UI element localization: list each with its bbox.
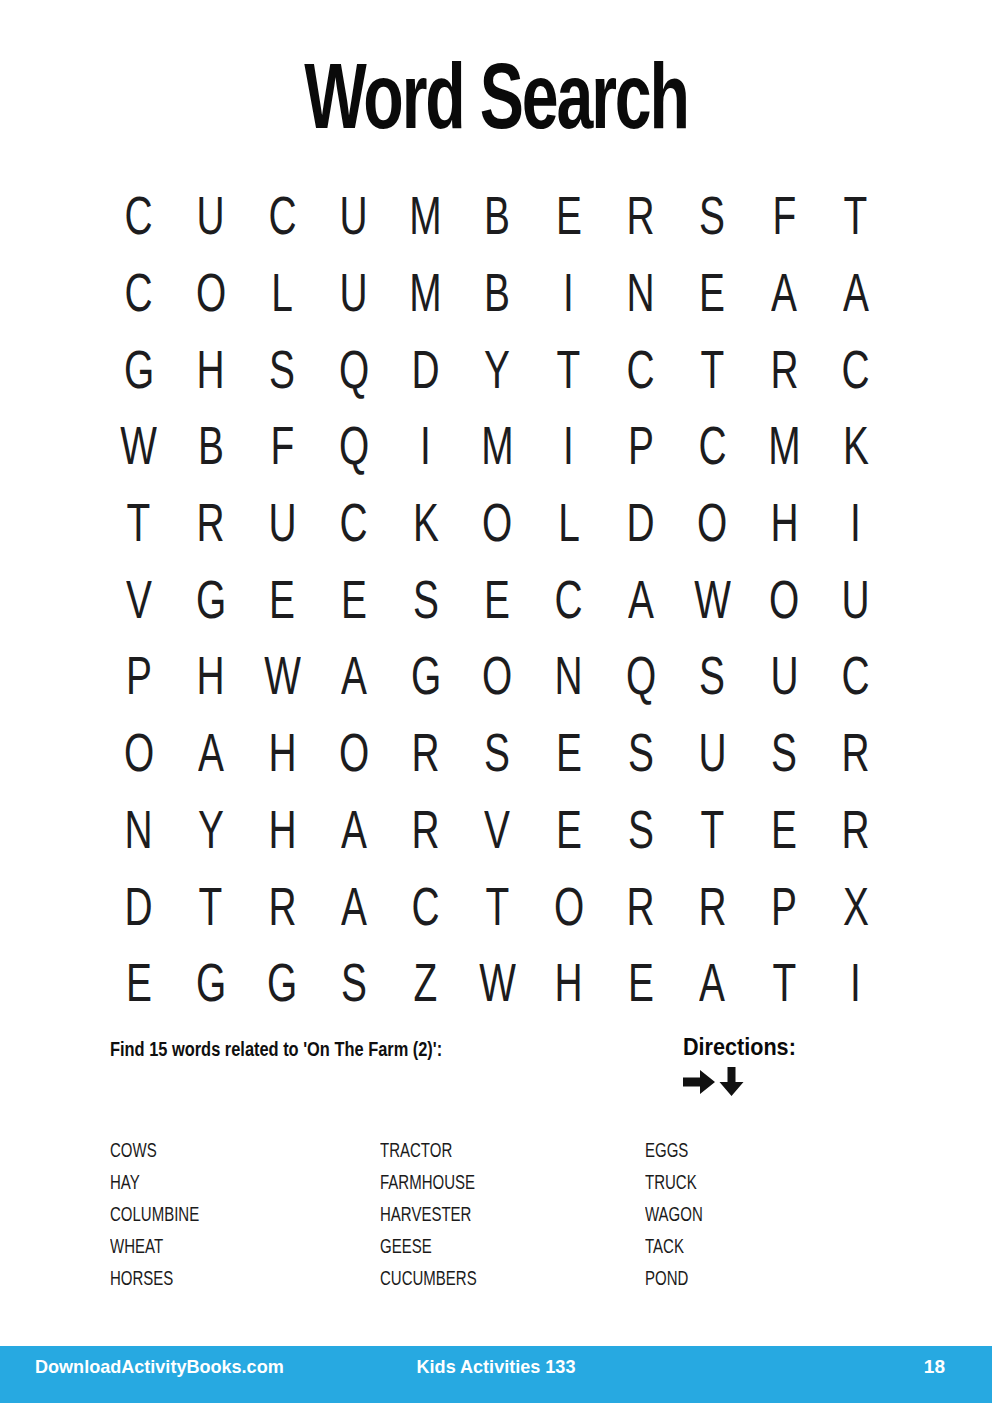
grid-cell-r1c4[interactable]: U xyxy=(318,177,390,254)
grid-cell-r5c3[interactable]: U xyxy=(246,484,318,561)
grid-letter: U xyxy=(196,188,224,242)
grid-cell-r9c11[interactable]: R xyxy=(820,791,892,868)
word-list-item: HAY xyxy=(110,1166,380,1198)
grid-letter: G xyxy=(410,648,440,702)
grid-cell-r6c11[interactable]: U xyxy=(820,560,892,637)
grid-cell-r1c3[interactable]: C xyxy=(246,177,318,254)
word-list-item: POND xyxy=(645,1262,722,1294)
grid-letter: H xyxy=(268,725,296,779)
grid-letter: A xyxy=(341,648,367,702)
grid-cell-r6c8[interactable]: A xyxy=(605,560,677,637)
grid-cell-r11c9[interactable]: A xyxy=(677,944,749,1021)
grid-cell-r6c5[interactable]: S xyxy=(390,560,462,637)
grid-letter: S xyxy=(699,648,725,702)
grid-cell-r6c1[interactable]: V xyxy=(103,560,175,637)
grid-letter: S xyxy=(413,572,439,626)
grid-cell-r11c2[interactable]: G xyxy=(175,944,247,1021)
grid-cell-r3c10[interactable]: R xyxy=(748,330,820,407)
grid-cell-r10c5[interactable]: C xyxy=(390,867,462,944)
grid-cell-r5c4[interactable]: C xyxy=(318,484,390,561)
grid-letter: T xyxy=(199,879,223,933)
grid-cell-r4c8[interactable]: P xyxy=(605,407,677,484)
grid-cell-r6c2[interactable]: G xyxy=(175,560,247,637)
grid-letter: N xyxy=(555,648,583,702)
grid-cell-r10c9[interactable]: R xyxy=(677,867,749,944)
grid-cell-r10c7[interactable]: O xyxy=(533,867,605,944)
grid-cell-r7c10[interactable]: U xyxy=(748,637,820,714)
grid-cell-r8c2[interactable]: A xyxy=(175,714,247,791)
grid-cell-r3c8[interactable]: C xyxy=(605,330,677,407)
grid-letter: W xyxy=(264,648,301,702)
grid-letter: O xyxy=(769,572,799,626)
grid-cell-r3c6[interactable]: Y xyxy=(461,330,533,407)
grid-letter: I xyxy=(850,955,861,1009)
grid-cell-r8c3[interactable]: H xyxy=(246,714,318,791)
grid-letter: R xyxy=(196,495,224,549)
grid-cell-r3c7[interactable]: T xyxy=(533,330,605,407)
grid-cell-r1c6[interactable]: B xyxy=(461,177,533,254)
grid-letter: M xyxy=(409,188,441,242)
grid-cell-r8c10[interactable]: S xyxy=(748,714,820,791)
grid-cell-r4c2[interactable]: B xyxy=(175,407,247,484)
grid-cell-r8c7[interactable]: E xyxy=(533,714,605,791)
grid-cell-r1c9[interactable]: S xyxy=(677,177,749,254)
grid-letter: T xyxy=(700,802,724,856)
grid-letter: S xyxy=(341,955,367,1009)
grid-letter: N xyxy=(125,802,153,856)
grid-cell-r7c4[interactable]: A xyxy=(318,637,390,714)
grid-letter: F xyxy=(270,418,294,472)
grid-cell-r1c1[interactable]: C xyxy=(103,177,175,254)
grid-cell-r8c8[interactable]: S xyxy=(605,714,677,791)
grid-cell-r2c3[interactable]: L xyxy=(246,254,318,331)
grid-letter: S xyxy=(699,188,725,242)
grid-letter: H xyxy=(196,342,224,396)
grid-cell-r10c4[interactable]: A xyxy=(318,867,390,944)
grid-cell-r11c5[interactable]: Z xyxy=(390,944,462,1021)
grid-letter: R xyxy=(770,342,798,396)
grid-cell-r2c2[interactable]: O xyxy=(175,254,247,331)
grid-cell-r9c10[interactable]: E xyxy=(748,791,820,868)
grid-cell-r4c5[interactable]: I xyxy=(390,407,462,484)
word-list-item: FARMHOUSE xyxy=(380,1166,645,1198)
page: Word Search CUCUMBERSFTCOLUMBINEAAGHSQDY… xyxy=(0,0,992,1403)
grid-cell-r11c7[interactable]: H xyxy=(533,944,605,1021)
grid-letter: M xyxy=(768,418,800,472)
grid-letter: E xyxy=(699,265,725,319)
grid-cell-r4c7[interactable]: I xyxy=(533,407,605,484)
grid-cell-r4c9[interactable]: C xyxy=(677,407,749,484)
grid-cell-r1c7[interactable]: E xyxy=(533,177,605,254)
grid-letter: C xyxy=(340,495,368,549)
grid-cell-r11c3[interactable]: G xyxy=(246,944,318,1021)
grid-cell-r5c11[interactable]: I xyxy=(820,484,892,561)
grid-letter: R xyxy=(842,802,870,856)
grid-cell-r6c6[interactable]: E xyxy=(461,560,533,637)
grid-letter: S xyxy=(628,802,654,856)
grid-cell-r9c6[interactable]: V xyxy=(461,791,533,868)
grid-letter: G xyxy=(195,572,225,626)
word-list-item: TRACTOR xyxy=(380,1134,645,1166)
grid-letter: U xyxy=(842,572,870,626)
grid-letter: H xyxy=(555,955,583,1009)
grid-letter: D xyxy=(412,342,440,396)
grid-letter: A xyxy=(843,265,869,319)
grid-letter: O xyxy=(697,495,727,549)
find-instruction: Find 15 words related to 'On The Farm (2… xyxy=(110,1038,442,1061)
grid-cell-r10c10[interactable]: P xyxy=(748,867,820,944)
grid-cell-r2c10[interactable]: A xyxy=(748,254,820,331)
grid-letter: A xyxy=(341,879,367,933)
grid-letter: C xyxy=(268,188,296,242)
grid-letter: B xyxy=(484,265,510,319)
grid-letter: R xyxy=(412,725,440,779)
grid-cell-r4c1[interactable]: W xyxy=(103,407,175,484)
word-column-3: EGGSTRUCKWAGONTACKPOND xyxy=(645,1134,722,1294)
grid-cell-r9c8[interactable]: S xyxy=(605,791,677,868)
grid-letter: U xyxy=(340,188,368,242)
grid-cell-r1c10[interactable]: F xyxy=(748,177,820,254)
grid-letter: T xyxy=(485,879,509,933)
directions-block: Directions: xyxy=(683,1033,808,1097)
grid-cell-r7c11[interactable]: C xyxy=(820,637,892,714)
grid-cell-r11c8[interactable]: E xyxy=(605,944,677,1021)
grid-cell-r5c6[interactable]: O xyxy=(461,484,533,561)
directions-icons xyxy=(683,1067,808,1097)
grid-cell-r2c5[interactable]: M xyxy=(390,254,462,331)
right-arrow-icon xyxy=(683,1067,716,1097)
grid-letter: C xyxy=(627,342,655,396)
grid-cell-r9c2[interactable]: Y xyxy=(175,791,247,868)
grid-cell-r5c8[interactable]: D xyxy=(605,484,677,561)
grid-cell-r7c8[interactable]: Q xyxy=(605,637,677,714)
grid-cell-r6c9[interactable]: W xyxy=(677,560,749,637)
grid-letter: G xyxy=(267,955,297,1009)
grid-cell-r11c10[interactable]: T xyxy=(748,944,820,1021)
grid-letter: W xyxy=(694,572,731,626)
grid-cell-r5c2[interactable]: R xyxy=(175,484,247,561)
word-list-item: TACK xyxy=(645,1230,722,1262)
grid-letter: F xyxy=(772,188,796,242)
grid-letter: T xyxy=(772,955,796,1009)
grid-letter: S xyxy=(628,725,654,779)
grid-letter: V xyxy=(484,802,510,856)
grid-letter: C xyxy=(842,342,870,396)
grid-cell-r7c9[interactable]: S xyxy=(677,637,749,714)
grid-cell-r10c11[interactable]: X xyxy=(820,867,892,944)
grid-letter: E xyxy=(341,572,367,626)
grid-letter: I xyxy=(564,418,575,472)
word-list-item: HARVESTER xyxy=(380,1198,645,1230)
grid-cell-r11c6[interactable]: W xyxy=(461,944,533,1021)
grid-letter: O xyxy=(482,648,512,702)
grid-letter: A xyxy=(771,265,797,319)
grid-letter: N xyxy=(627,265,655,319)
grid-letter: G xyxy=(124,342,154,396)
grid-cell-r8c1[interactable]: O xyxy=(103,714,175,791)
grid-cell-r2c8[interactable]: N xyxy=(605,254,677,331)
grid-cell-r8c4[interactable]: O xyxy=(318,714,390,791)
grid-letter: T xyxy=(127,495,151,549)
word-grid: CUCUMBERSFTCOLUMBINEAAGHSQDYTCTRCWBFQIMI… xyxy=(103,177,892,1021)
grid-cell-r7c2[interactable]: H xyxy=(175,637,247,714)
grid-letter: O xyxy=(482,495,512,549)
word-list-item: WAGON xyxy=(645,1198,722,1230)
grid-cell-r2c4[interactable]: U xyxy=(318,254,390,331)
grid-letter: Q xyxy=(339,342,369,396)
grid-cell-r3c3[interactable]: S xyxy=(246,330,318,407)
grid-cell-r7c3[interactable]: W xyxy=(246,637,318,714)
grid-letter: G xyxy=(195,955,225,1009)
grid-cell-r8c5[interactable]: R xyxy=(390,714,462,791)
grid-letter: E xyxy=(269,572,295,626)
grid-letter: Q xyxy=(339,418,369,472)
word-list-item: CUCUMBERS xyxy=(380,1262,645,1294)
grid-letter: E xyxy=(628,955,654,1009)
grid-cell-r2c7[interactable]: I xyxy=(533,254,605,331)
grid-letter: T xyxy=(844,188,868,242)
grid-cell-r5c10[interactable]: H xyxy=(748,484,820,561)
grid-letter: T xyxy=(700,342,724,396)
directions-label: Directions: xyxy=(683,1033,796,1061)
grid-letter: U xyxy=(698,725,726,779)
grid-cell-r1c2[interactable]: U xyxy=(175,177,247,254)
grid-cell-r9c1[interactable]: N xyxy=(103,791,175,868)
grid-cell-r8c9[interactable]: U xyxy=(677,714,749,791)
grid-cell-r1c8[interactable]: R xyxy=(605,177,677,254)
grid-letter: S xyxy=(269,342,295,396)
grid-letter: S xyxy=(484,725,510,779)
word-list: COWSHAYCOLUMBINEWHEATHORSES TRACTORFARMH… xyxy=(110,1134,722,1294)
word-list-item: WHEAT xyxy=(110,1230,380,1262)
grid-cell-r3c4[interactable]: Q xyxy=(318,330,390,407)
grid-letter: C xyxy=(842,648,870,702)
word-list-item: EGGS xyxy=(645,1134,722,1166)
footer-bar: DownloadActivityBooks.com Kids Activitie… xyxy=(0,1346,992,1403)
grid-letter: X xyxy=(843,879,869,933)
grid-cell-r9c9[interactable]: T xyxy=(677,791,749,868)
grid-letter: R xyxy=(627,879,655,933)
grid-letter: A xyxy=(198,725,224,779)
grid-cell-r4c6[interactable]: M xyxy=(461,407,533,484)
down-arrow-icon xyxy=(719,1067,744,1097)
grid-cell-r5c1[interactable]: T xyxy=(103,484,175,561)
word-column-2: TRACTORFARMHOUSEHARVESTERGEESECUCUMBERS xyxy=(380,1134,645,1294)
grid-cell-r11c11[interactable]: I xyxy=(820,944,892,1021)
grid-cell-r10c2[interactable]: T xyxy=(175,867,247,944)
grid-letter: P xyxy=(628,418,654,472)
grid-letter: Y xyxy=(484,342,510,396)
grid-cell-r9c3[interactable]: H xyxy=(246,791,318,868)
grid-letter: L xyxy=(558,495,580,549)
grid-letter: R xyxy=(698,879,726,933)
grid-letter: R xyxy=(412,802,440,856)
page-title: Word Search xyxy=(139,52,853,140)
grid-cell-r6c10[interactable]: O xyxy=(748,560,820,637)
grid-cell-r7c7[interactable]: N xyxy=(533,637,605,714)
grid-cell-r3c9[interactable]: T xyxy=(677,330,749,407)
word-list-item: COWS xyxy=(110,1134,380,1166)
grid-letter: K xyxy=(843,418,869,472)
grid-cell-r5c5[interactable]: K xyxy=(390,484,462,561)
grid-letter: E xyxy=(771,802,797,856)
grid-cell-r6c4[interactable]: E xyxy=(318,560,390,637)
grid-letter: H xyxy=(196,648,224,702)
grid-cell-r1c5[interactable]: M xyxy=(390,177,462,254)
footer-book-title: Kids Activities 133 xyxy=(417,1346,576,1387)
grid-cell-r4c10[interactable]: M xyxy=(748,407,820,484)
grid-letter: P xyxy=(771,879,797,933)
grid-letter: U xyxy=(268,495,296,549)
grid-letter: S xyxy=(771,725,797,779)
grid-cell-r11c1[interactable]: E xyxy=(103,944,175,1021)
grid-cell-r6c7[interactable]: C xyxy=(533,560,605,637)
grid-letter: E xyxy=(556,802,582,856)
grid-cell-r3c2[interactable]: H xyxy=(175,330,247,407)
grid-letter: Y xyxy=(198,802,224,856)
grid-cell-r8c6[interactable]: S xyxy=(461,714,533,791)
grid-cell-r10c1[interactable]: D xyxy=(103,867,175,944)
grid-letter: H xyxy=(268,802,296,856)
footer-site-link[interactable]: DownloadActivityBooks.com xyxy=(35,1356,284,1378)
grid-letter: C xyxy=(698,418,726,472)
grid-letter: E xyxy=(484,572,510,626)
grid-letter: R xyxy=(268,879,296,933)
word-list-item: GEESE xyxy=(380,1230,645,1262)
grid-cell-r5c9[interactable]: O xyxy=(677,484,749,561)
grid-letter: C xyxy=(412,879,440,933)
footer-page-number: 18 xyxy=(924,1356,945,1378)
grid-letter: I xyxy=(420,418,431,472)
grid-letter: K xyxy=(413,495,439,549)
grid-letter: T xyxy=(557,342,581,396)
grid-cell-r2c9[interactable]: E xyxy=(677,254,749,331)
grid-letter: B xyxy=(198,418,224,472)
grid-cell-r10c3[interactable]: R xyxy=(246,867,318,944)
grid-cell-r2c6[interactable]: B xyxy=(461,254,533,331)
grid-letter: B xyxy=(484,188,510,242)
grid-letter: E xyxy=(126,955,152,1009)
grid-letter: R xyxy=(627,188,655,242)
grid-cell-r9c7[interactable]: E xyxy=(533,791,605,868)
grid-letter: D xyxy=(627,495,655,549)
grid-cell-r2c11[interactable]: A xyxy=(820,254,892,331)
grid-letter: C xyxy=(125,188,153,242)
grid-letter: U xyxy=(340,265,368,319)
grid-cell-r10c6[interactable]: T xyxy=(461,867,533,944)
grid-cell-r7c5[interactable]: G xyxy=(390,637,462,714)
grid-cell-r11c4[interactable]: S xyxy=(318,944,390,1021)
grid-letter: I xyxy=(850,495,861,549)
grid-cell-r3c11[interactable]: C xyxy=(820,330,892,407)
grid-letter: L xyxy=(271,265,293,319)
grid-letter: O xyxy=(339,725,369,779)
word-list-item: COLUMBINE xyxy=(110,1198,380,1230)
word-list-item: TRUCK xyxy=(645,1166,722,1198)
grid-letter: M xyxy=(481,418,513,472)
grid-letter: O xyxy=(124,725,154,779)
grid-letter: P xyxy=(126,648,152,702)
grid-letter: O xyxy=(554,879,584,933)
grid-letter: Q xyxy=(626,648,656,702)
grid-cell-r3c1[interactable]: G xyxy=(103,330,175,407)
grid-cell-r3c5[interactable]: D xyxy=(390,330,462,407)
grid-letter: C xyxy=(125,265,153,319)
grid-letter: W xyxy=(479,955,516,1009)
grid-letter: Z xyxy=(414,955,438,1009)
grid-letter: E xyxy=(556,188,582,242)
grid-letter: E xyxy=(556,725,582,779)
grid-letter: C xyxy=(555,572,583,626)
grid-cell-r7c6[interactable]: O xyxy=(461,637,533,714)
grid-letter: R xyxy=(842,725,870,779)
grid-letter: A xyxy=(341,802,367,856)
grid-letter: A xyxy=(628,572,654,626)
grid-cell-r9c5[interactable]: R xyxy=(390,791,462,868)
grid-cell-r4c11[interactable]: K xyxy=(820,407,892,484)
grid-cell-r9c4[interactable]: A xyxy=(318,791,390,868)
grid-letter: U xyxy=(770,648,798,702)
grid-cell-r1c11[interactable]: T xyxy=(820,177,892,254)
grid-cell-r8c11[interactable]: R xyxy=(820,714,892,791)
grid-cell-r10c8[interactable]: R xyxy=(605,867,677,944)
grid-cell-r2c1[interactable]: C xyxy=(103,254,175,331)
grid-cell-r4c4[interactable]: Q xyxy=(318,407,390,484)
grid-letter: I xyxy=(564,265,575,319)
word-list-item: HORSES xyxy=(110,1262,380,1294)
grid-cell-r4c3[interactable]: F xyxy=(246,407,318,484)
grid-letter: O xyxy=(195,265,225,319)
grid-letter: M xyxy=(409,265,441,319)
grid-letter: A xyxy=(699,955,725,1009)
grid-letter: W xyxy=(120,418,157,472)
grid-cell-r6c3[interactable]: E xyxy=(246,560,318,637)
word-column-1: COWSHAYCOLUMBINEWHEATHORSES xyxy=(110,1134,380,1294)
grid-letter: D xyxy=(125,879,153,933)
grid-cell-r7c1[interactable]: P xyxy=(103,637,175,714)
grid-cell-r5c7[interactable]: L xyxy=(533,484,605,561)
grid-letter: V xyxy=(126,572,152,626)
grid-letter: H xyxy=(770,495,798,549)
